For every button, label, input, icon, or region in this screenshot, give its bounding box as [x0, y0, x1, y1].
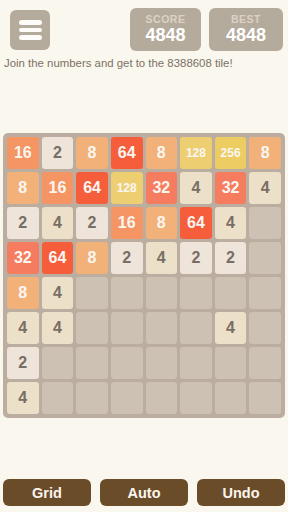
empty-cell: [249, 312, 281, 344]
tile-4: 4: [42, 312, 74, 344]
tile-16: 16: [7, 137, 39, 169]
board[interactable]: 1628648128256881664128324324242168644326…: [3, 133, 285, 418]
tile-32: 32: [7, 242, 39, 274]
empty-cell: [249, 242, 281, 274]
empty-cell: [215, 382, 247, 414]
tile-8: 8: [249, 137, 281, 169]
tile-2: 2: [180, 242, 212, 274]
best-box: BEST 4848: [209, 8, 283, 51]
tile-4: 4: [7, 312, 39, 344]
empty-cell: [249, 347, 281, 379]
empty-cell: [76, 347, 108, 379]
empty-cell: [42, 347, 74, 379]
menu-button[interactable]: [10, 10, 50, 50]
tile-32: 32: [146, 172, 178, 204]
tile-4: 4: [215, 207, 247, 239]
empty-cell: [76, 277, 108, 309]
tile-256: 256: [215, 137, 247, 169]
empty-cell: [180, 312, 212, 344]
empty-cell: [76, 382, 108, 414]
tile-128: 128: [180, 137, 212, 169]
tile-8: 8: [146, 207, 178, 239]
tile-16: 16: [111, 207, 143, 239]
tile-4: 4: [42, 207, 74, 239]
empty-cell: [215, 277, 247, 309]
best-value: 4848: [226, 25, 266, 46]
tile-8: 8: [7, 172, 39, 204]
empty-cell: [111, 347, 143, 379]
tile-4: 4: [180, 172, 212, 204]
empty-cell: [76, 312, 108, 344]
empty-cell: [146, 382, 178, 414]
empty-cell: [249, 382, 281, 414]
empty-cell: [180, 382, 212, 414]
undo-button[interactable]: Undo: [197, 479, 285, 506]
hamburger-icon: [19, 35, 42, 40]
tile-8: 8: [76, 137, 108, 169]
hamburger-icon: [19, 28, 42, 33]
empty-cell: [215, 347, 247, 379]
empty-cell: [180, 277, 212, 309]
tile-4: 4: [7, 382, 39, 414]
grid-button[interactable]: Grid: [3, 479, 91, 506]
empty-cell: [146, 277, 178, 309]
tile-4: 4: [146, 242, 178, 274]
hamburger-icon: [19, 20, 42, 25]
score-value: 4848: [145, 25, 185, 46]
tile-2: 2: [42, 137, 74, 169]
best-label: BEST: [231, 13, 261, 25]
empty-cell: [111, 277, 143, 309]
empty-cell: [146, 347, 178, 379]
tile-8: 8: [146, 137, 178, 169]
empty-cell: [146, 312, 178, 344]
tile-2: 2: [111, 242, 143, 274]
tile-8: 8: [76, 242, 108, 274]
tile-64: 64: [42, 242, 74, 274]
empty-cell: [111, 312, 143, 344]
tile-2: 2: [215, 242, 247, 274]
empty-cell: [249, 277, 281, 309]
controls-bar: Grid Auto Undo: [0, 479, 288, 506]
score-box: SCORE 4848: [130, 8, 201, 51]
empty-cell: [111, 382, 143, 414]
auto-button[interactable]: Auto: [100, 479, 188, 506]
score-label: SCORE: [146, 13, 186, 25]
empty-cell: [180, 347, 212, 379]
tile-2: 2: [76, 207, 108, 239]
tile-8: 8: [7, 277, 39, 309]
tile-2: 2: [7, 207, 39, 239]
tile-4: 4: [249, 172, 281, 204]
tile-16: 16: [42, 172, 74, 204]
tile-64: 64: [111, 137, 143, 169]
goal-subtitle: Join the numbers and get to the 8388608 …: [4, 57, 286, 69]
tile-4: 4: [215, 312, 247, 344]
tile-2: 2: [7, 347, 39, 379]
empty-cell: [42, 382, 74, 414]
tile-32: 32: [215, 172, 247, 204]
empty-cell: [249, 207, 281, 239]
tile-128: 128: [111, 172, 143, 204]
tile-4: 4: [42, 277, 74, 309]
tile-64: 64: [76, 172, 108, 204]
tile-64: 64: [180, 207, 212, 239]
